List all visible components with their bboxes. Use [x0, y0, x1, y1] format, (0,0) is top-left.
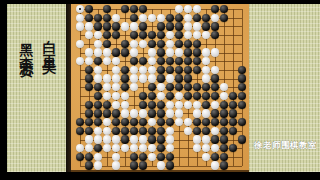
stone-white	[94, 74, 102, 82]
stone-black	[184, 92, 192, 100]
stone-black	[220, 109, 228, 117]
video-frame: 黑 李志贤 白 王星昊 徐老师围棋教室	[0, 0, 320, 180]
stone-white	[94, 161, 102, 169]
stone-white	[202, 74, 210, 82]
stone-black	[139, 118, 147, 126]
stone-white	[193, 101, 201, 109]
stone-white	[103, 118, 111, 126]
stone-black	[202, 83, 210, 91]
stone-white	[103, 127, 111, 135]
stone-white	[211, 161, 219, 169]
stone-white	[166, 135, 174, 143]
stone-black	[202, 118, 210, 126]
stone-white	[220, 92, 228, 100]
stone-black	[148, 83, 156, 91]
stone-white	[148, 14, 156, 22]
background-mat: 徐老师围棋教室	[249, 4, 320, 172]
stone-black	[94, 118, 102, 126]
stone-black	[76, 127, 84, 135]
stone-white	[103, 144, 111, 152]
stone-black	[94, 14, 102, 22]
stone-black	[139, 5, 147, 13]
stone-white	[148, 74, 156, 82]
stone-black	[175, 66, 183, 74]
stone-white	[211, 48, 219, 56]
stone-black	[184, 57, 192, 65]
stone-white	[112, 161, 120, 169]
stone-black	[211, 5, 219, 13]
stone-black	[139, 92, 147, 100]
stone-black	[157, 144, 165, 152]
stone-white	[94, 153, 102, 161]
stone-white	[184, 31, 192, 39]
stone-white	[130, 40, 138, 48]
stone-black	[184, 66, 192, 74]
stone-black	[211, 109, 219, 117]
stone-white	[202, 144, 210, 152]
stone-black	[148, 109, 156, 117]
stone-black	[211, 153, 219, 161]
stone-black	[157, 118, 165, 126]
stone-black	[85, 118, 93, 126]
stone-black	[193, 127, 201, 135]
stone-black	[157, 74, 165, 82]
go-board[interactable]	[71, 4, 249, 172]
stone-white	[130, 22, 138, 30]
black-player-name: 李志贤	[20, 46, 34, 55]
stone-white	[184, 118, 192, 126]
stone-black	[112, 48, 120, 56]
stone-black	[166, 14, 174, 22]
stone-white	[130, 66, 138, 74]
stone-white	[175, 109, 183, 117]
stone-white	[184, 22, 192, 30]
stone-white	[112, 101, 120, 109]
stone-black	[229, 127, 237, 135]
stone-black	[112, 109, 120, 117]
stone-black	[211, 118, 219, 126]
stone-black	[148, 127, 156, 135]
stone-black	[148, 40, 156, 48]
stone-white	[139, 109, 147, 117]
stone-black	[175, 83, 183, 91]
stone-white	[202, 48, 210, 56]
stone-black	[229, 92, 237, 100]
stone-white	[130, 74, 138, 82]
stone-black	[148, 92, 156, 100]
stone-black	[175, 40, 183, 48]
stone-black	[220, 153, 228, 161]
stone-white	[94, 127, 102, 135]
stone-black	[193, 40, 201, 48]
stone-white	[193, 144, 201, 152]
stone-white	[130, 144, 138, 152]
stone-white	[148, 153, 156, 161]
stone-white	[85, 22, 93, 30]
stone-white	[139, 40, 147, 48]
stone-black	[193, 48, 201, 56]
stone-white	[202, 57, 210, 65]
stone-white	[112, 74, 120, 82]
stone-black	[220, 118, 228, 126]
stone-black	[211, 135, 219, 143]
stone-white	[76, 57, 84, 65]
stone-black	[238, 101, 246, 109]
stone-black	[211, 31, 219, 39]
stone-black	[220, 14, 228, 22]
stone-white	[175, 48, 183, 56]
stone-black	[130, 127, 138, 135]
stone-black	[157, 40, 165, 48]
stone-black	[85, 14, 93, 22]
stone-black	[166, 153, 174, 161]
stone-black	[211, 92, 219, 100]
stone-white	[76, 14, 84, 22]
stone-black	[238, 92, 246, 100]
stone-white	[103, 74, 111, 82]
stone-white	[94, 135, 102, 143]
stone-white	[112, 66, 120, 74]
stone-white	[184, 5, 192, 13]
stone-black	[85, 74, 93, 82]
stone-white	[157, 161, 165, 169]
stone-white	[202, 66, 210, 74]
stone-white	[103, 83, 111, 91]
stone-black	[148, 135, 156, 143]
stone-white	[112, 135, 120, 143]
stone-black	[184, 74, 192, 82]
stone-black	[103, 22, 111, 30]
stone-white	[94, 48, 102, 56]
stone-white	[184, 14, 192, 22]
stone-white	[157, 14, 165, 22]
stone-white	[166, 48, 174, 56]
stone-black	[103, 109, 111, 117]
stone-white	[130, 135, 138, 143]
stone-black	[175, 57, 183, 65]
stone-white	[139, 66, 147, 74]
stone-black	[112, 31, 120, 39]
black-player-label: 黑	[20, 32, 34, 35]
stone-black	[157, 109, 165, 117]
stone-black	[121, 118, 129, 126]
stone-black	[85, 109, 93, 117]
stone-black	[94, 57, 102, 65]
stone-black	[94, 101, 102, 109]
stone-black	[130, 31, 138, 39]
stone-white	[211, 14, 219, 22]
stone-black	[157, 127, 165, 135]
stone-white	[202, 153, 210, 161]
stone-black	[103, 14, 111, 22]
stone-white	[175, 5, 183, 13]
stone-black	[220, 135, 228, 143]
stone-black	[184, 40, 192, 48]
stone-white	[85, 48, 93, 56]
stone-white	[94, 66, 102, 74]
stone-white	[103, 57, 111, 65]
stone-black	[220, 5, 228, 13]
stone-white	[166, 40, 174, 48]
stone-white	[121, 101, 129, 109]
stone-white	[112, 57, 120, 65]
stone-white	[121, 109, 129, 117]
stone-black	[238, 83, 246, 91]
stone-black	[211, 83, 219, 91]
stone-black	[157, 101, 165, 109]
stone-black	[220, 101, 228, 109]
stone-black	[184, 48, 192, 56]
stone-white	[139, 144, 147, 152]
stone-black	[94, 92, 102, 100]
stone-black	[229, 101, 237, 109]
stone-black	[202, 92, 210, 100]
stone-black	[94, 109, 102, 117]
stone-black	[112, 127, 120, 135]
stone-black	[130, 161, 138, 169]
stone-black	[85, 127, 93, 135]
stone-black	[121, 48, 129, 56]
stone-black	[139, 57, 147, 65]
stone-black	[85, 66, 93, 74]
stone-black	[121, 40, 129, 48]
stone-black	[202, 14, 210, 22]
stone-black	[220, 161, 228, 169]
stone-black	[139, 31, 147, 39]
stone-black	[121, 135, 129, 143]
stone-black	[139, 101, 147, 109]
stone-black	[184, 83, 192, 91]
stone-black	[238, 118, 246, 126]
grid-line-vertical	[233, 9, 234, 166]
stone-white	[112, 153, 120, 161]
stone-black	[157, 153, 165, 161]
stone-white	[193, 22, 201, 30]
stone-white	[76, 40, 84, 48]
stone-black	[229, 118, 237, 126]
stone-white	[148, 66, 156, 74]
stone-white	[103, 48, 111, 56]
stone-black	[94, 144, 102, 152]
stone-black	[175, 74, 183, 82]
stone-black	[238, 74, 246, 82]
stone-white	[211, 101, 219, 109]
stone-white	[202, 135, 210, 143]
stone-white	[202, 31, 210, 39]
stone-white	[193, 31, 201, 39]
stone-white	[157, 92, 165, 100]
white-player-label: 白	[43, 29, 57, 32]
player-white-column: 白 王星昊	[43, 29, 57, 52]
stone-white	[184, 127, 192, 135]
stone-black	[166, 118, 174, 126]
stone-white	[193, 5, 201, 13]
stone-white	[76, 22, 84, 30]
stone-white	[202, 109, 210, 117]
stone-white	[175, 101, 183, 109]
stone-black	[103, 31, 111, 39]
stone-white	[166, 74, 174, 82]
stone-white	[76, 144, 84, 152]
stone-white	[220, 83, 228, 91]
stone-white	[121, 22, 129, 30]
stone-black	[130, 57, 138, 65]
stone-black	[193, 92, 201, 100]
stone-black	[139, 161, 147, 169]
stone-black	[157, 22, 165, 30]
stone-black	[229, 109, 237, 117]
stone-black	[130, 153, 138, 161]
stone-black	[193, 83, 201, 91]
stone-black	[130, 14, 138, 22]
stone-white	[139, 14, 147, 22]
stone-white	[121, 144, 129, 152]
stone-black	[193, 66, 201, 74]
stone-white	[94, 31, 102, 39]
stone-black	[202, 101, 210, 109]
stone-black	[121, 74, 129, 82]
stone-white	[112, 83, 120, 91]
stone-white	[148, 48, 156, 56]
stone-black	[121, 66, 129, 74]
stone-black	[139, 127, 147, 135]
stone-black	[121, 5, 129, 13]
stone-white	[112, 14, 120, 22]
stone-white	[148, 144, 156, 152]
stone-black	[211, 22, 219, 30]
stone-black	[157, 48, 165, 56]
stone-white	[193, 109, 201, 117]
stone-white	[166, 144, 174, 152]
stone-black	[175, 14, 183, 22]
stone-black	[148, 101, 156, 109]
stone-black	[103, 5, 111, 13]
stone-white	[148, 118, 156, 126]
stone-black	[148, 31, 156, 39]
stone-black	[85, 153, 93, 161]
stone-black	[94, 83, 102, 91]
stone-black	[166, 57, 174, 65]
stone-black	[121, 83, 129, 91]
stone-black	[202, 127, 210, 135]
stone-black	[193, 14, 201, 22]
stone-black	[193, 57, 201, 65]
stone-white	[175, 92, 183, 100]
players-panel: 黑 李志贤 白 王星昊	[7, 4, 66, 172]
stone-black	[76, 118, 84, 126]
stone-black	[157, 135, 165, 143]
stone-white	[130, 48, 138, 56]
stone-black	[130, 5, 138, 13]
stone-white	[175, 118, 183, 126]
stone-black	[193, 118, 201, 126]
watermark: 徐老师围棋教室	[254, 140, 317, 152]
stone-white	[166, 101, 174, 109]
stone-black	[139, 153, 147, 161]
stone-black	[166, 83, 174, 91]
white-player-name: 王星昊	[43, 43, 57, 52]
stone-black	[166, 161, 174, 169]
stone-black	[112, 118, 120, 126]
stone-white	[139, 74, 147, 82]
stone-white	[103, 135, 111, 143]
stone-black	[103, 40, 111, 48]
stone-white	[130, 109, 138, 117]
stone-black	[112, 22, 120, 30]
stone-black	[202, 22, 210, 30]
stone-white	[139, 135, 147, 143]
stone-white	[130, 83, 138, 91]
stone-white	[85, 135, 93, 143]
stone-white	[157, 83, 165, 91]
stone-black	[130, 118, 138, 126]
stone-white	[121, 92, 129, 100]
stone-black	[157, 57, 165, 65]
stone-white	[112, 92, 120, 100]
stone-black	[85, 5, 93, 13]
stone-black	[157, 66, 165, 74]
stone-white	[211, 144, 219, 152]
stone-black	[175, 31, 183, 39]
stone-white	[103, 92, 111, 100]
stone-white	[184, 101, 192, 109]
stone-black	[85, 83, 93, 91]
stone-black	[211, 74, 219, 82]
stone-black	[238, 135, 246, 143]
stone-black	[121, 127, 129, 135]
stone-black	[76, 153, 84, 161]
stone-black	[139, 22, 147, 30]
stone-white	[85, 57, 93, 65]
stone-white	[94, 40, 102, 48]
stone-white	[85, 31, 93, 39]
stone-white	[166, 127, 174, 135]
stone-white	[193, 135, 201, 143]
player-black-column: 黑 李志贤	[20, 32, 34, 55]
stone-black	[157, 31, 165, 39]
stone-white	[166, 109, 174, 117]
stone-black	[229, 144, 237, 152]
stone-white	[166, 31, 174, 39]
stone-black	[238, 66, 246, 74]
stone-black	[94, 22, 102, 30]
stone-black	[85, 161, 93, 169]
stone-white	[211, 127, 219, 135]
stone-black	[85, 101, 93, 109]
stone-black	[103, 101, 111, 109]
stone-black	[166, 92, 174, 100]
stone-white	[211, 66, 219, 74]
stone-white	[112, 144, 120, 152]
stone-black	[166, 66, 174, 74]
stone-black	[220, 127, 228, 135]
stone-black	[220, 144, 228, 152]
stone-white	[85, 144, 93, 152]
stone-black	[175, 22, 183, 30]
stone-white	[148, 57, 156, 65]
stone-black	[166, 22, 174, 30]
